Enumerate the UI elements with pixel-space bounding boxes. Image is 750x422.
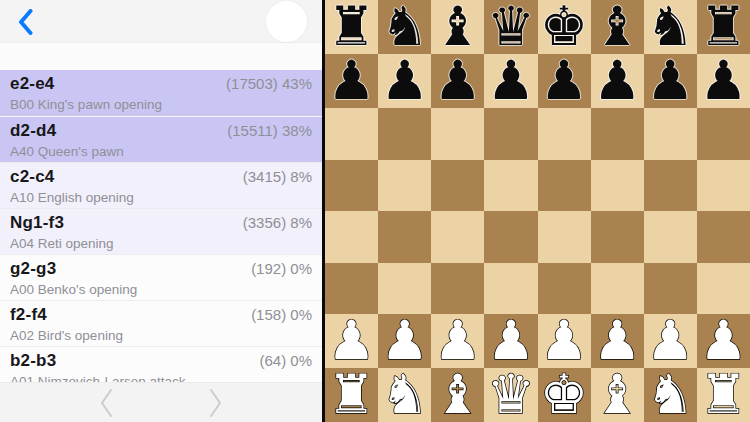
move-row[interactable]: Ng1-f3 (3356) 8% A04 Reti opening — [0, 208, 322, 254]
white-knight-piece: ♞ — [380, 368, 428, 422]
opening-explorer-panel: e2-e4 (17503) 43% B00 King's pawn openin… — [0, 0, 322, 422]
black-pawn-piece: ♟ — [487, 54, 535, 108]
square-b2[interactable]: ♟ — [378, 314, 431, 368]
black-pawn-piece: ♟ — [434, 54, 482, 108]
move-stats: (3356) 8% — [243, 212, 312, 234]
square-e2[interactable]: ♟ — [538, 314, 591, 368]
square-d1[interactable]: ♛ — [484, 368, 537, 422]
square-f1[interactable]: ♝ — [591, 368, 644, 422]
square-d5[interactable] — [484, 160, 537, 212]
move-stats: (192) 0% — [251, 258, 312, 280]
square-g8[interactable]: ♞ — [644, 0, 697, 54]
opening-moves-list: e2-e4 (17503) 43% B00 King's pawn openin… — [0, 70, 322, 382]
white-pawn-piece: ♟ — [434, 314, 482, 368]
square-b7[interactable]: ♟ — [378, 54, 431, 108]
move-stats: (64) 0% — [259, 350, 312, 372]
square-h2[interactable]: ♟ — [697, 314, 750, 368]
square-h5[interactable] — [697, 160, 750, 212]
chevron-left-icon — [18, 9, 33, 35]
move-label: g2-g3 — [10, 258, 56, 280]
square-g2[interactable]: ♟ — [644, 314, 697, 368]
opening-name: A40 Queen's pawn — [10, 142, 312, 161]
opening-name: B00 King's pawn opening — [10, 95, 312, 114]
black-king-piece: ♚ — [540, 0, 588, 54]
square-h3[interactable] — [697, 263, 750, 315]
square-h6[interactable] — [697, 108, 750, 160]
chess-board[interactable]: ♜♞♝♛♚♝♞♜♟♟♟♟♟♟♟♟♟♟♟♟♟♟♟♟♜♞♝♛♚♝♞♜ — [325, 0, 750, 422]
square-c3[interactable] — [431, 263, 484, 315]
white-pawn-piece: ♟ — [646, 314, 694, 368]
square-a3[interactable] — [325, 263, 378, 315]
square-b6[interactable] — [378, 108, 431, 160]
move-row[interactable]: c2-c4 (3415) 8% A10 English opening — [0, 162, 322, 208]
square-a2[interactable]: ♟ — [325, 314, 378, 368]
black-pawn-piece: ♟ — [593, 54, 641, 108]
square-d8[interactable]: ♛ — [484, 0, 537, 54]
square-g4[interactable] — [644, 211, 697, 263]
square-g7[interactable]: ♟ — [644, 54, 697, 108]
white-pawn-piece: ♟ — [380, 314, 428, 368]
previous-page-button[interactable] — [97, 388, 117, 418]
white-knight-piece: ♞ — [646, 368, 694, 422]
opening-name: A02 Bird's opening — [10, 326, 312, 345]
white-bishop-piece: ♝ — [434, 368, 482, 422]
square-d6[interactable] — [484, 108, 537, 160]
square-g1[interactable]: ♞ — [644, 368, 697, 422]
square-f8[interactable]: ♝ — [591, 0, 644, 54]
square-a5[interactable] — [325, 160, 378, 212]
black-rook-piece: ♜ — [327, 0, 375, 54]
move-stats: (3415) 8% — [243, 166, 312, 188]
black-bishop-piece: ♝ — [434, 0, 482, 54]
square-b1[interactable]: ♞ — [378, 368, 431, 422]
white-bishop-piece: ♝ — [593, 368, 641, 422]
square-c2[interactable]: ♟ — [431, 314, 484, 368]
navigation-bar — [0, 0, 322, 43]
square-e1[interactable]: ♚ — [538, 368, 591, 422]
white-pawn-piece: ♟ — [540, 314, 588, 368]
square-g6[interactable] — [644, 108, 697, 160]
square-c8[interactable]: ♝ — [431, 0, 484, 54]
move-row[interactable]: d2-d4 (15511) 38% A40 Queen's pawn — [0, 116, 322, 162]
next-page-button[interactable] — [205, 388, 225, 418]
chevron-right-icon — [205, 388, 225, 418]
square-e7[interactable]: ♟ — [538, 54, 591, 108]
move-row[interactable]: g2-g3 (192) 0% A00 Benko's opening — [0, 254, 322, 300]
move-row[interactable]: e2-e4 (17503) 43% B00 King's pawn openin… — [0, 70, 322, 116]
black-pawn-piece: ♟ — [327, 54, 375, 108]
white-queen-piece: ♛ — [487, 368, 535, 422]
white-pawn-piece: ♟ — [593, 314, 641, 368]
black-queen-piece: ♛ — [487, 0, 535, 54]
move-label: c2-c4 — [10, 166, 54, 188]
black-pawn-piece: ♟ — [646, 54, 694, 108]
white-rook-piece: ♜ — [699, 368, 747, 422]
square-d2[interactable]: ♟ — [484, 314, 537, 368]
square-d4[interactable] — [484, 211, 537, 263]
square-h1[interactable]: ♜ — [697, 368, 750, 422]
square-d7[interactable]: ♟ — [484, 54, 537, 108]
black-knight-piece: ♞ — [646, 0, 694, 54]
square-b4[interactable] — [378, 211, 431, 263]
move-stats: (158) 0% — [251, 304, 312, 326]
move-row-top: g2-g3 (192) 0% — [10, 258, 312, 280]
move-row-top: c2-c4 (3415) 8% — [10, 166, 312, 188]
move-label: f2-f4 — [10, 304, 47, 326]
chess-opening-explorer-app: e2-e4 (17503) 43% B00 King's pawn openin… — [0, 0, 750, 422]
square-c5[interactable] — [431, 160, 484, 212]
square-d3[interactable] — [484, 263, 537, 315]
chevron-left-icon — [97, 388, 117, 418]
move-row-top: f2-f4 (158) 0% — [10, 304, 312, 326]
square-a7[interactable]: ♟ — [325, 54, 378, 108]
square-g5[interactable] — [644, 160, 697, 212]
square-a4[interactable] — [325, 211, 378, 263]
square-f6[interactable] — [591, 108, 644, 160]
pagination-bar — [0, 382, 322, 422]
black-rook-piece: ♜ — [699, 0, 747, 54]
square-f4[interactable] — [591, 211, 644, 263]
back-button[interactable] — [14, 8, 36, 36]
square-f2[interactable]: ♟ — [591, 314, 644, 368]
square-h4[interactable] — [697, 211, 750, 263]
black-pawn-piece: ♟ — [540, 54, 588, 108]
opening-name: A00 Benko's opening — [10, 280, 312, 299]
square-c1[interactable]: ♝ — [431, 368, 484, 422]
black-knight-piece: ♞ — [380, 0, 428, 54]
square-e3[interactable] — [538, 263, 591, 315]
square-c6[interactable] — [431, 108, 484, 160]
move-row[interactable]: f2-f4 (158) 0% A02 Bird's opening — [0, 300, 322, 346]
opening-name: A10 English opening — [10, 188, 312, 207]
square-f5[interactable] — [591, 160, 644, 212]
square-a8[interactable]: ♜ — [325, 0, 378, 54]
move-row[interactable]: b2-b3 (64) 0% A01 Nimzovich-Larsen attac… — [0, 346, 322, 382]
move-label: Ng1-f3 — [10, 212, 64, 234]
square-c7[interactable]: ♟ — [431, 54, 484, 108]
square-e4[interactable] — [538, 211, 591, 263]
move-label: b2-b3 — [10, 350, 56, 372]
square-a6[interactable] — [325, 108, 378, 160]
white-to-move-indicator — [266, 1, 307, 42]
opening-name: A04 Reti opening — [10, 234, 312, 253]
white-pawn-piece: ♟ — [327, 314, 375, 368]
square-h8[interactable]: ♜ — [697, 0, 750, 54]
move-row-top: b2-b3 (64) 0% — [10, 350, 312, 372]
square-a1[interactable]: ♜ — [325, 368, 378, 422]
square-e5[interactable] — [538, 160, 591, 212]
black-pawn-piece: ♟ — [699, 54, 747, 108]
white-rook-piece: ♜ — [327, 368, 375, 422]
move-stats: (15511) 38% — [227, 120, 312, 142]
square-f3[interactable] — [591, 263, 644, 315]
square-e6[interactable] — [538, 108, 591, 160]
move-row-top: Ng1-f3 (3356) 8% — [10, 212, 312, 234]
move-row-top: e2-e4 (17503) 43% — [10, 73, 312, 95]
black-bishop-piece: ♝ — [593, 0, 641, 54]
square-c4[interactable] — [431, 211, 484, 263]
square-h7[interactable]: ♟ — [697, 54, 750, 108]
move-label: e2-e4 — [10, 73, 54, 95]
square-b5[interactable] — [378, 160, 431, 212]
white-pawn-piece: ♟ — [487, 314, 535, 368]
opening-name: A01 Nimzovich-Larsen attack — [10, 372, 312, 382]
square-b8[interactable]: ♞ — [378, 0, 431, 54]
square-b3[interactable] — [378, 263, 431, 315]
square-g3[interactable] — [644, 263, 697, 315]
move-label: d2-d4 — [10, 120, 56, 142]
square-e8[interactable]: ♚ — [538, 0, 591, 54]
square-f7[interactable]: ♟ — [591, 54, 644, 108]
white-pawn-piece: ♟ — [699, 314, 747, 368]
move-stats: (17503) 43% — [226, 73, 312, 95]
black-pawn-piece: ♟ — [380, 54, 428, 108]
white-king-piece: ♚ — [540, 368, 588, 422]
move-row-top: d2-d4 (15511) 38% — [10, 120, 312, 142]
